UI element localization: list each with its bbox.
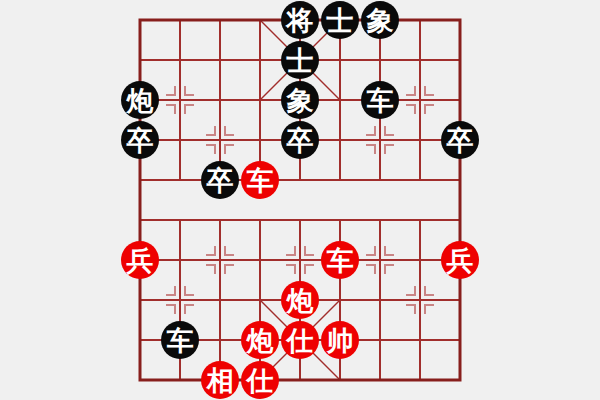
piece-red-cannon[interactable]: 炮: [241, 321, 279, 359]
board-point[interactable]: 卒: [440, 120, 480, 160]
board-point[interactable]: [160, 80, 200, 120]
board-point[interactable]: 帅: [320, 320, 360, 360]
board-point[interactable]: [320, 360, 360, 400]
board-point[interactable]: [120, 160, 160, 200]
piece-red-chariot[interactable]: 车: [321, 241, 359, 279]
board-point[interactable]: 士: [320, 0, 360, 40]
board-point[interactable]: 仕: [240, 360, 280, 400]
board-point[interactable]: 车: [160, 320, 200, 360]
board-point[interactable]: [200, 40, 240, 80]
board-point[interactable]: [320, 40, 360, 80]
board-point[interactable]: [320, 200, 360, 240]
board-point[interactable]: [440, 320, 480, 360]
board-point[interactable]: [200, 320, 240, 360]
board-point[interactable]: [320, 80, 360, 120]
board-point[interactable]: [440, 360, 480, 400]
piece-red-general[interactable]: 帅: [321, 321, 359, 359]
board-point[interactable]: [160, 240, 200, 280]
board-point[interactable]: [360, 160, 400, 200]
board-intersections: 将士象士炮象车卒卒卒卒车兵车兵炮车炮仕帅相仕: [120, 0, 480, 400]
board-point[interactable]: [200, 200, 240, 240]
board-point[interactable]: [440, 200, 480, 240]
board-point[interactable]: 车: [360, 80, 400, 120]
piece-red-advisor[interactable]: 仕: [241, 361, 279, 399]
board-point[interactable]: [400, 240, 440, 280]
board-point[interactable]: [400, 360, 440, 400]
board-point[interactable]: [440, 0, 480, 40]
board-point[interactable]: 象: [280, 80, 320, 120]
piece-black-soldier[interactable]: 卒: [281, 121, 319, 159]
board-point[interactable]: [400, 120, 440, 160]
board-point[interactable]: 象: [360, 0, 400, 40]
board-point[interactable]: [360, 200, 400, 240]
board-point[interactable]: [360, 240, 400, 280]
piece-black-chariot[interactable]: 车: [361, 81, 399, 119]
board-point[interactable]: 将: [280, 0, 320, 40]
board-point[interactable]: [400, 320, 440, 360]
board-point[interactable]: [320, 280, 360, 320]
board-point[interactable]: 卒: [120, 120, 160, 160]
board-point[interactable]: [120, 40, 160, 80]
piece-black-soldier[interactable]: 卒: [201, 161, 239, 199]
board-point[interactable]: [160, 160, 200, 200]
piece-red-chariot[interactable]: 车: [241, 161, 279, 199]
board-point[interactable]: [120, 320, 160, 360]
board-point[interactable]: 士: [280, 40, 320, 80]
board-point[interactable]: [240, 0, 280, 40]
xiangqi-board: 将士象士炮象车卒卒卒卒车兵车兵炮车炮仕帅相仕: [0, 0, 600, 400]
board-point[interactable]: [120, 360, 160, 400]
board-point[interactable]: [160, 0, 200, 40]
board-point[interactable]: [360, 280, 400, 320]
board-point[interactable]: 仕: [280, 320, 320, 360]
piece-black-soldier[interactable]: 卒: [441, 121, 479, 159]
board-point[interactable]: 卒: [280, 120, 320, 160]
board-point[interactable]: [280, 200, 320, 240]
board-point[interactable]: 兵: [440, 240, 480, 280]
board-point[interactable]: [200, 120, 240, 160]
board-point[interactable]: [200, 240, 240, 280]
piece-black-elephant[interactable]: 象: [281, 81, 319, 119]
board-point[interactable]: [160, 280, 200, 320]
board-point[interactable]: [400, 0, 440, 40]
board-point[interactable]: [120, 200, 160, 240]
board-point[interactable]: [200, 80, 240, 120]
board-point[interactable]: [360, 40, 400, 80]
piece-red-elephant[interactable]: 相: [201, 361, 239, 399]
board-point[interactable]: [120, 0, 160, 40]
board-point[interactable]: [240, 120, 280, 160]
board-point[interactable]: [320, 120, 360, 160]
board-point[interactable]: [160, 120, 200, 160]
board-point[interactable]: [400, 200, 440, 240]
board-point[interactable]: 卒: [200, 160, 240, 200]
board-point[interactable]: [240, 280, 280, 320]
board-point[interactable]: [360, 360, 400, 400]
piece-black-chariot[interactable]: 车: [161, 321, 199, 359]
board-point[interactable]: [160, 200, 200, 240]
board-point[interactable]: [440, 80, 480, 120]
board-point[interactable]: [400, 40, 440, 80]
board-point[interactable]: [240, 240, 280, 280]
board-point[interactable]: [360, 120, 400, 160]
board-point[interactable]: 相: [200, 360, 240, 400]
board-point[interactable]: 炮: [280, 280, 320, 320]
board-point[interactable]: [400, 280, 440, 320]
board-point[interactable]: [240, 80, 280, 120]
board-point[interactable]: [280, 240, 320, 280]
board-point[interactable]: [400, 160, 440, 200]
board-point[interactable]: [440, 160, 480, 200]
board-point[interactable]: [440, 40, 480, 80]
piece-red-cannon[interactable]: 炮: [281, 281, 319, 319]
board-point[interactable]: [240, 200, 280, 240]
board-point[interactable]: [200, 0, 240, 40]
piece-black-soldier[interactable]: 卒: [121, 121, 159, 159]
piece-black-advisor[interactable]: 士: [281, 41, 319, 79]
board-point[interactable]: [400, 80, 440, 120]
board-point[interactable]: 炮: [240, 320, 280, 360]
piece-black-elephant[interactable]: 象: [361, 1, 399, 39]
board-point[interactable]: [200, 280, 240, 320]
board-point[interactable]: [440, 280, 480, 320]
board-point[interactable]: 车: [320, 240, 360, 280]
board-point[interactable]: 车: [240, 160, 280, 200]
piece-red-advisor[interactable]: 仕: [281, 321, 319, 359]
board-point[interactable]: [280, 160, 320, 200]
board-point[interactable]: [240, 40, 280, 80]
piece-red-soldier[interactable]: 兵: [441, 241, 479, 279]
board-point[interactable]: [360, 320, 400, 360]
board-point[interactable]: 兵: [120, 240, 160, 280]
board-point[interactable]: [280, 360, 320, 400]
board-point[interactable]: 炮: [120, 80, 160, 120]
board-point[interactable]: [120, 280, 160, 320]
board-point[interactable]: [160, 360, 200, 400]
piece-black-advisor[interactable]: 士: [321, 1, 359, 39]
piece-black-general[interactable]: 将: [281, 1, 319, 39]
board-point[interactable]: [320, 160, 360, 200]
piece-red-soldier[interactable]: 兵: [121, 241, 159, 279]
board-point[interactable]: [160, 40, 200, 80]
piece-black-cannon[interactable]: 炮: [121, 81, 159, 119]
